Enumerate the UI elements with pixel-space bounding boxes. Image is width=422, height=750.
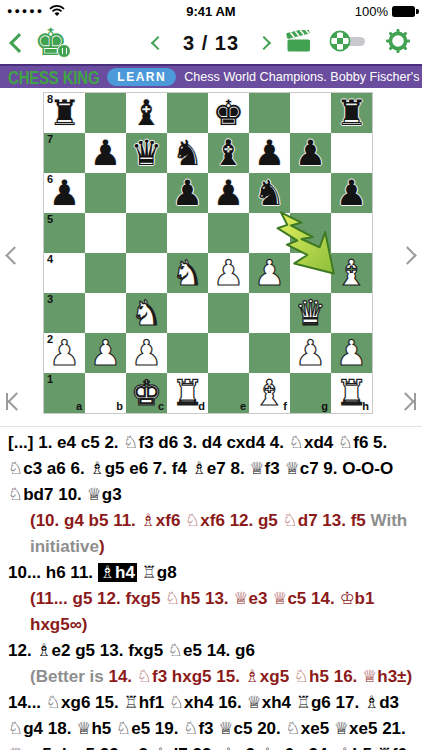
rank-label: 6 <box>47 174 53 185</box>
white-pawn: ♟ <box>85 333 126 373</box>
chess-board[interactable]: 8♜♝♚♜7♟♛♞♝♟♟6♟♟♟♞♟54♞♟♟♝3♞♛2♟♟♟♟♟1abc♚d♜… <box>43 92 373 414</box>
board-prev-move-arrow[interactable] <box>8 249 21 262</box>
square-h2[interactable]: ♟ <box>331 333 372 373</box>
black-pawn: ♟ <box>208 173 249 213</box>
square-f6[interactable]: ♞ <box>249 173 290 213</box>
file-label: d <box>198 401 205 412</box>
black-pawn: ♟ <box>85 133 126 173</box>
square-a2[interactable]: 2♟ <box>44 333 85 373</box>
square-f2[interactable] <box>249 333 290 373</box>
move-text[interactable]: (10. g4 b5 11. ♗xf6 ♘xf6 12. g5 ♘d7 13. … <box>30 511 371 530</box>
white-pawn: ♟ <box>208 253 249 293</box>
square-c8[interactable]: ♝ <box>126 93 167 133</box>
square-a6[interactable]: 6♟ <box>44 173 85 213</box>
board-zone: 8♜♝♚♜7♟♛♞♝♟♟6♟♟♟♞♟54♞♟♟♝3♞♛2♟♟♟♟♟1abc♚d♜… <box>0 88 422 426</box>
square-h1[interactable]: h♜ <box>331 373 372 413</box>
square-d1[interactable]: d♜ <box>167 373 208 413</box>
square-g4[interactable] <box>290 253 331 293</box>
square-f8[interactable] <box>249 93 290 133</box>
white-pawn: ♟ <box>331 333 372 373</box>
previous-lesson-button[interactable] <box>151 36 165 50</box>
square-b3[interactable] <box>85 293 126 333</box>
square-b4[interactable] <box>85 253 126 293</box>
square-d6[interactable]: ♟ <box>167 173 208 213</box>
square-f4[interactable]: ♟ <box>249 253 290 293</box>
status-bar: ●●●●● 9:41 AM 100% <box>0 0 422 22</box>
white-pawn: ♟ <box>126 333 167 373</box>
square-c3[interactable]: ♞ <box>126 293 167 333</box>
move-text[interactable]: ) <box>99 537 105 556</box>
board-first-move-arrow[interactable] <box>6 393 23 410</box>
square-e2[interactable] <box>208 333 249 373</box>
square-a7[interactable]: 7 <box>44 133 85 173</box>
square-e7[interactable]: ♝ <box>208 133 249 173</box>
square-f5[interactable] <box>249 213 290 253</box>
move-paragraph: 14... ♘xg6 15. ♖hf1 ♘xh4 16. ♕xh4 ♖g6 17… <box>8 690 414 750</box>
move-text[interactable]: 10... h6 11. <box>8 563 98 582</box>
square-d8[interactable] <box>167 93 208 133</box>
app-banner: CHESS KING LEARN Chess World Champions. … <box>0 64 422 88</box>
board-next-move-arrow[interactable] <box>401 249 414 262</box>
square-d3[interactable] <box>167 293 208 333</box>
black-knight: ♞ <box>167 133 208 173</box>
white-pawn: ♟ <box>249 253 290 293</box>
square-h6[interactable]: ♟ <box>331 173 372 213</box>
white-knight: ♞ <box>126 293 167 333</box>
rank-label: 1 <box>47 374 53 385</box>
square-c2[interactable]: ♟ <box>126 333 167 373</box>
board-view-toggle[interactable] <box>329 30 369 56</box>
rank-label: 3 <box>47 294 53 305</box>
square-g6[interactable] <box>290 173 331 213</box>
rank-label: 8 <box>47 94 53 105</box>
comment-text: (Better is <box>30 667 108 686</box>
file-label: g <box>321 401 328 412</box>
square-a1[interactable]: 1a <box>44 373 85 413</box>
move-paragraph: 10... h6 11. ♗h4 ♖g8 <box>8 560 414 586</box>
move-text[interactable]: (11... g5 12. fxg5 ♘h5 13. ♕e3 ♕c5 14. ♔… <box>30 589 374 634</box>
current-move[interactable]: ♗h4 <box>98 563 137 582</box>
square-f3[interactable] <box>249 293 290 333</box>
square-a4[interactable]: 4 <box>44 253 85 293</box>
square-f1[interactable]: f♝ <box>249 373 290 413</box>
square-c5[interactable] <box>126 213 167 253</box>
black-pawn: ♟ <box>290 133 331 173</box>
move-text[interactable]: 14. ♘f3 hxg5 15. ♗xg5 ♘h5 16. ♕h3±) <box>108 667 412 686</box>
black-bishop: ♝ <box>126 93 167 133</box>
white-knight: ♞ <box>167 253 208 293</box>
white-bishop: ♝ <box>331 253 372 293</box>
settings-gear-button[interactable] <box>386 29 410 57</box>
page-indicator: 3 / 13 <box>183 32 239 55</box>
square-g2[interactable]: ♟ <box>290 333 331 373</box>
move-text[interactable]: 14... ♘xg6 15. ♖hf1 ♘xh4 16. ♕xh4 ♖g6 17… <box>8 693 409 750</box>
rank-label: 2 <box>47 334 53 345</box>
square-g7[interactable]: ♟ <box>290 133 331 173</box>
next-lesson-button[interactable] <box>257 36 271 50</box>
square-c7[interactable]: ♛ <box>126 133 167 173</box>
white-queen: ♛ <box>290 293 331 333</box>
square-d4[interactable]: ♞ <box>167 253 208 293</box>
square-g5[interactable] <box>290 213 331 253</box>
move-paragraph: (10. g4 b5 11. ♗xf6 ♘xf6 12. g5 ♘d7 13. … <box>8 508 414 560</box>
black-knight: ♞ <box>249 173 290 213</box>
square-a8[interactable]: 8♜ <box>44 93 85 133</box>
black-bishop: ♝ <box>208 133 249 173</box>
square-g8[interactable] <box>290 93 331 133</box>
square-e5[interactable] <box>208 213 249 253</box>
square-a5[interactable]: 5 <box>44 213 85 253</box>
move-text[interactable]: [...] 1. e4 c5 2. ♘f3 d6 3. d4 cxd4 4. ♘… <box>8 433 393 504</box>
brand-logo: CHESS KING <box>8 66 99 87</box>
square-b5[interactable] <box>85 213 126 253</box>
course-title: Chess World Champions. Bobby Fischer's B… <box>184 70 422 84</box>
black-pawn: ♟ <box>167 173 208 213</box>
nav-bar: ♚ 3 / 13 <box>0 22 422 64</box>
move-paragraph: 12. ♗e2 g5 13. fxg5 ♘e5 14. g6 <box>8 638 414 664</box>
pause-badge-icon <box>57 44 71 58</box>
square-b6[interactable] <box>85 173 126 213</box>
black-pawn: ♟ <box>331 173 372 213</box>
square-h4[interactable]: ♝ <box>331 253 372 293</box>
move-paragraph: [...] 1. e4 c5 2. ♘f3 d6 3. d4 cxd4 4. ♘… <box>8 430 414 508</box>
black-queen: ♛ <box>126 133 167 173</box>
square-h8[interactable]: ♜ <box>331 93 372 133</box>
square-e3[interactable] <box>208 293 249 333</box>
square-g1[interactable]: g <box>290 373 331 413</box>
battery-icon <box>392 6 415 17</box>
square-d5[interactable] <box>167 213 208 253</box>
square-b8[interactable] <box>85 93 126 133</box>
square-h3[interactable] <box>331 293 372 333</box>
square-h7[interactable] <box>331 133 372 173</box>
black-rook: ♜ <box>331 93 372 133</box>
square-d2[interactable] <box>167 333 208 373</box>
square-e8[interactable]: ♚ <box>208 93 249 133</box>
board-last-move-arrow[interactable] <box>399 393 416 410</box>
move-list: [...] 1. e4 c5 2. ♘f3 d6 3. d4 cxd4 4. ♘… <box>0 426 422 750</box>
square-b7[interactable]: ♟ <box>85 133 126 173</box>
square-e1[interactable]: e <box>208 373 249 413</box>
square-b2[interactable]: ♟ <box>85 333 126 373</box>
file-label: e <box>240 401 246 412</box>
square-h5[interactable] <box>331 213 372 253</box>
rank-label: 7 <box>47 134 53 145</box>
square-a3[interactable]: 3 <box>44 293 85 333</box>
battery-percent: 100% <box>355 4 388 19</box>
chess-king-logo[interactable]: ♚ <box>34 25 67 61</box>
black-king: ♚ <box>208 93 249 133</box>
move-paragraph: (Better is 14. ♘f3 hxg5 15. ♗xg5 ♘h5 16.… <box>8 664 414 690</box>
square-c4[interactable] <box>126 253 167 293</box>
rank-label: 4 <box>47 254 53 265</box>
square-f7[interactable]: ♟ <box>249 133 290 173</box>
square-e4[interactable]: ♟ <box>208 253 249 293</box>
rank-label: 5 <box>47 214 53 225</box>
move-text[interactable]: 12. ♗e2 g5 13. fxg5 ♘e5 14. g6 <box>8 641 255 660</box>
file-label: b <box>116 401 123 412</box>
move-paragraph: (11... g5 12. fxg5 ♘h5 13. ♕e3 ♕c5 14. ♔… <box>8 586 414 638</box>
square-c6[interactable] <box>126 173 167 213</box>
file-label: f <box>283 401 287 412</box>
square-c1[interactable]: c♚ <box>126 373 167 413</box>
back-button[interactable] <box>9 33 29 53</box>
move-text[interactable]: ♖g8 <box>137 563 177 582</box>
square-e6[interactable]: ♟ <box>208 173 249 213</box>
learn-badge: LEARN <box>107 68 176 86</box>
white-pawn: ♟ <box>290 333 331 373</box>
file-label: h <box>362 401 369 412</box>
file-label: a <box>76 401 82 412</box>
square-b1[interactable]: b <box>85 373 126 413</box>
video-clapper-button[interactable] <box>286 30 312 57</box>
file-label: c <box>158 401 164 412</box>
square-d7[interactable]: ♞ <box>167 133 208 173</box>
black-pawn: ♟ <box>249 133 290 173</box>
square-g3[interactable]: ♛ <box>290 293 331 333</box>
